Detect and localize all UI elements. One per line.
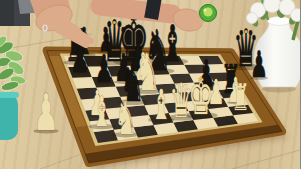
gold-finial (244, 30, 247, 33)
gold-finial (113, 21, 116, 24)
gold-finial (199, 77, 202, 80)
piece-white-r-h2: ♜ (232, 76, 250, 118)
thumb (186, 22, 200, 26)
piece-white-n-b1: ♞ (115, 92, 137, 145)
white-flower (291, 9, 301, 22)
piece-white-b-d2: ♝ (151, 80, 171, 128)
piece-white-b-a2: ♝ (91, 87, 111, 135)
chess-photo: ♟♝♝♚♛♜♛♞♟♟♟♟♟♟♟♞♜♞♟♟♜♚♟♛♝♝♟♞ (0, 0, 300, 169)
vase-lip (268, 17, 291, 26)
table-scene: ♟♝♝♚♛♜♛♞♟♟♟♟♟♟♟♞♜♞♟♟♜♚♟♛♝♝♟♞ (0, 0, 300, 169)
captured-black-pawn-right-table: ♟ (250, 44, 268, 86)
potted-plant (0, 34, 27, 140)
cap-glint (204, 9, 207, 12)
plant-pot (0, 94, 18, 140)
plant-leaf (0, 80, 19, 92)
captured-white-pawn-left-table: ♟ (33, 83, 58, 142)
right-forearm (100, 6, 172, 14)
